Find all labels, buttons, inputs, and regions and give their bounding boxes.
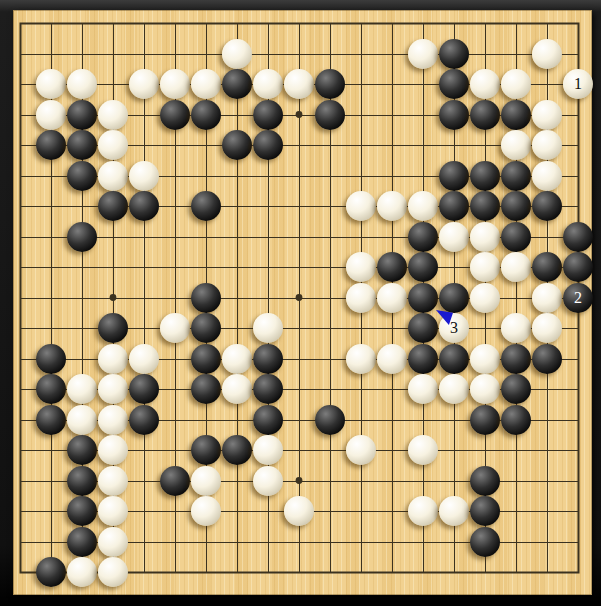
intersection[interactable] [5,160,36,191]
black-stone[interactable] [191,283,221,313]
intersection[interactable] [129,313,160,344]
black-stone[interactable] [439,161,469,191]
white-stone[interactable] [408,496,438,526]
white-stone[interactable] [377,283,407,313]
black-stone[interactable] [36,130,66,160]
intersection[interactable] [377,496,408,527]
intersection[interactable] [284,557,315,588]
white-stone[interactable] [532,100,562,130]
white-stone[interactable] [470,374,500,404]
black-stone[interactable]: 2 [563,283,593,313]
intersection[interactable] [470,557,501,588]
white-stone[interactable] [98,557,128,587]
intersection[interactable] [36,191,67,222]
white-stone[interactable] [222,344,252,374]
intersection[interactable] [36,313,67,344]
black-stone[interactable] [191,191,221,221]
intersection[interactable] [346,496,377,527]
intersection[interactable] [563,526,594,557]
black-stone[interactable] [501,161,531,191]
white-stone[interactable] [98,496,128,526]
intersection[interactable] [67,38,98,69]
black-stone[interactable] [563,222,593,252]
intersection[interactable] [408,69,439,100]
black-stone[interactable] [501,191,531,221]
intersection[interactable] [36,465,67,496]
intersection[interactable] [439,8,470,39]
intersection[interactable] [253,191,284,222]
intersection[interactable] [5,435,36,466]
intersection[interactable] [408,8,439,39]
intersection[interactable] [346,221,377,252]
intersection[interactable] [315,557,346,588]
black-stone[interactable] [36,374,66,404]
intersection[interactable] [377,69,408,100]
black-stone[interactable] [253,344,283,374]
intersection[interactable] [284,252,315,283]
black-stone[interactable] [67,435,97,465]
intersection[interactable] [346,38,377,69]
black-stone[interactable] [563,252,593,282]
intersection[interactable] [129,526,160,557]
intersection[interactable] [315,221,346,252]
intersection[interactable] [563,38,594,69]
white-stone[interactable] [222,374,252,404]
intersection[interactable] [284,435,315,466]
intersection[interactable] [346,130,377,161]
intersection[interactable] [253,38,284,69]
intersection[interactable] [98,282,129,313]
intersection[interactable] [253,557,284,588]
white-stone[interactable] [36,100,66,130]
intersection[interactable] [222,526,253,557]
black-stone[interactable] [532,344,562,374]
intersection[interactable] [129,252,160,283]
intersection[interactable] [253,221,284,252]
intersection[interactable] [315,252,346,283]
intersection[interactable] [408,465,439,496]
intersection[interactable] [470,38,501,69]
intersection[interactable] [470,435,501,466]
intersection[interactable] [346,557,377,588]
intersection[interactable] [5,496,36,527]
intersection[interactable] [160,130,191,161]
intersection[interactable] [532,557,563,588]
black-stone[interactable] [439,344,469,374]
intersection[interactable] [532,374,563,405]
intersection[interactable] [315,313,346,344]
intersection[interactable] [67,343,98,374]
intersection[interactable] [532,69,563,100]
intersection[interactable] [160,191,191,222]
intersection[interactable] [439,465,470,496]
intersection[interactable] [160,252,191,283]
black-stone[interactable] [191,100,221,130]
intersection[interactable] [253,8,284,39]
white-stone[interactable] [284,496,314,526]
intersection[interactable] [5,557,36,588]
black-stone[interactable] [439,100,469,130]
intersection[interactable] [5,252,36,283]
black-stone[interactable] [408,313,438,343]
black-stone[interactable] [222,69,252,99]
black-stone[interactable] [470,191,500,221]
intersection[interactable] [160,435,191,466]
black-stone[interactable] [222,130,252,160]
black-stone[interactable] [501,405,531,435]
intersection[interactable] [501,496,532,527]
black-stone[interactable] [501,374,531,404]
intersection[interactable] [408,160,439,191]
black-stone[interactable] [439,39,469,69]
intersection[interactable] [160,496,191,527]
intersection[interactable] [470,313,501,344]
white-stone[interactable] [36,69,66,99]
intersection[interactable] [36,221,67,252]
intersection[interactable] [284,374,315,405]
black-stone[interactable] [67,496,97,526]
intersection[interactable] [563,191,594,222]
intersection[interactable] [129,130,160,161]
intersection[interactable] [501,435,532,466]
intersection[interactable] [408,130,439,161]
white-stone[interactable] [98,100,128,130]
white-stone[interactable] [253,69,283,99]
white-stone[interactable] [408,191,438,221]
black-stone[interactable] [36,344,66,374]
intersection[interactable] [284,160,315,191]
white-stone[interactable] [67,557,97,587]
intersection[interactable] [439,130,470,161]
intersection[interactable] [253,160,284,191]
intersection[interactable] [67,8,98,39]
black-stone[interactable] [129,191,159,221]
white-stone[interactable] [67,405,97,435]
intersection[interactable] [377,435,408,466]
intersection[interactable] [532,435,563,466]
white-stone[interactable] [129,69,159,99]
intersection[interactable] [470,130,501,161]
intersection[interactable] [315,435,346,466]
intersection[interactable] [377,526,408,557]
intersection[interactable] [129,38,160,69]
intersection[interactable] [160,374,191,405]
intersection[interactable] [315,38,346,69]
white-stone[interactable] [532,39,562,69]
intersection[interactable] [129,465,160,496]
intersection[interactable] [377,557,408,588]
intersection[interactable] [5,404,36,435]
intersection[interactable] [315,465,346,496]
intersection[interactable] [563,404,594,435]
intersection[interactable] [191,130,222,161]
intersection[interactable] [36,496,67,527]
intersection[interactable] [346,99,377,130]
intersection[interactable] [377,313,408,344]
intersection[interactable] [315,130,346,161]
intersection[interactable] [160,526,191,557]
intersection[interactable] [532,8,563,39]
intersection[interactable] [532,404,563,435]
intersection[interactable] [253,282,284,313]
intersection[interactable] [439,557,470,588]
intersection[interactable] [222,404,253,435]
intersection[interactable] [129,435,160,466]
intersection[interactable] [160,404,191,435]
intersection[interactable] [129,8,160,39]
intersection[interactable] [253,496,284,527]
black-stone[interactable] [191,344,221,374]
black-stone[interactable] [36,405,66,435]
intersection[interactable] [36,252,67,283]
white-stone[interactable] [284,69,314,99]
intersection[interactable] [284,191,315,222]
intersection[interactable] [129,221,160,252]
white-stone[interactable] [346,344,376,374]
white-stone[interactable] [346,252,376,282]
intersection[interactable] [408,557,439,588]
white-stone[interactable] [160,69,190,99]
white-stone[interactable] [532,161,562,191]
white-stone[interactable] [377,344,407,374]
intersection[interactable] [377,38,408,69]
white-stone[interactable] [408,39,438,69]
white-stone[interactable] [532,313,562,343]
intersection[interactable] [284,526,315,557]
intersection[interactable] [315,496,346,527]
intersection[interactable] [408,526,439,557]
intersection[interactable] [5,465,36,496]
intersection[interactable] [98,8,129,39]
intersection[interactable] [315,160,346,191]
intersection[interactable] [191,38,222,69]
intersection[interactable] [315,282,346,313]
intersection[interactable] [222,465,253,496]
intersection[interactable] [501,557,532,588]
white-stone[interactable]: 1 [563,69,593,99]
white-stone[interactable] [191,466,221,496]
intersection[interactable] [160,282,191,313]
intersection[interactable] [36,282,67,313]
white-stone[interactable] [470,69,500,99]
intersection[interactable] [532,465,563,496]
black-stone[interactable] [470,161,500,191]
intersection[interactable] [284,343,315,374]
intersection[interactable] [346,69,377,100]
intersection[interactable] [129,282,160,313]
intersection[interactable] [563,130,594,161]
intersection[interactable] [346,8,377,39]
black-stone[interactable] [222,435,252,465]
intersection[interactable] [222,282,253,313]
intersection[interactable] [160,8,191,39]
white-stone[interactable] [253,466,283,496]
white-stone[interactable] [470,222,500,252]
intersection[interactable] [439,526,470,557]
intersection[interactable] [160,221,191,252]
intersection[interactable] [129,557,160,588]
intersection[interactable] [222,8,253,39]
intersection[interactable] [284,99,315,130]
intersection[interactable] [284,130,315,161]
intersection[interactable] [532,526,563,557]
white-stone[interactable] [98,344,128,374]
black-stone[interactable] [501,344,531,374]
white-stone[interactable] [98,130,128,160]
intersection[interactable] [439,252,470,283]
intersection[interactable] [501,38,532,69]
black-stone[interactable] [129,405,159,435]
intersection[interactable] [377,404,408,435]
intersection[interactable] [98,38,129,69]
intersection[interactable] [377,99,408,130]
intersection[interactable] [315,343,346,374]
intersection[interactable] [346,160,377,191]
intersection[interactable] [191,252,222,283]
white-stone[interactable] [129,344,159,374]
intersection[interactable] [563,99,594,130]
intersection[interactable] [191,526,222,557]
intersection[interactable] [470,8,501,39]
black-stone[interactable] [36,557,66,587]
intersection[interactable] [346,374,377,405]
intersection[interactable] [253,252,284,283]
black-stone[interactable] [67,130,97,160]
intersection[interactable] [501,8,532,39]
white-stone[interactable] [253,435,283,465]
intersection[interactable] [408,99,439,130]
intersection[interactable] [284,465,315,496]
black-stone[interactable] [191,313,221,343]
intersection[interactable] [346,313,377,344]
intersection[interactable] [377,8,408,39]
intersection[interactable] [563,160,594,191]
white-stone[interactable] [67,374,97,404]
black-stone[interactable] [408,252,438,282]
white-stone[interactable] [67,69,97,99]
black-stone[interactable] [129,374,159,404]
black-stone[interactable] [98,313,128,343]
intersection[interactable] [36,8,67,39]
white-stone[interactable] [439,496,469,526]
intersection[interactable] [36,435,67,466]
intersection[interactable] [377,130,408,161]
intersection[interactable] [98,252,129,283]
intersection[interactable] [222,252,253,283]
black-stone[interactable] [501,222,531,252]
intersection[interactable] [563,465,594,496]
black-stone[interactable] [470,466,500,496]
black-stone[interactable] [408,222,438,252]
white-stone[interactable] [222,39,252,69]
intersection[interactable] [222,160,253,191]
intersection[interactable] [284,282,315,313]
intersection[interactable] [5,374,36,405]
white-stone[interactable] [470,283,500,313]
intersection[interactable] [36,526,67,557]
black-stone[interactable] [253,374,283,404]
intersection[interactable] [501,465,532,496]
black-stone[interactable] [191,435,221,465]
white-stone[interactable] [160,313,190,343]
black-stone[interactable] [67,222,97,252]
white-stone[interactable] [439,374,469,404]
black-stone[interactable] [67,161,97,191]
intersection[interactable] [284,221,315,252]
intersection[interactable] [160,160,191,191]
intersection[interactable] [222,191,253,222]
intersection[interactable] [98,221,129,252]
intersection[interactable] [284,313,315,344]
white-stone[interactable] [191,69,221,99]
white-stone[interactable] [98,374,128,404]
white-stone[interactable] [98,435,128,465]
intersection[interactable] [5,8,36,39]
intersection[interactable] [191,160,222,191]
white-stone[interactable] [98,466,128,496]
intersection[interactable] [5,130,36,161]
black-stone[interactable] [253,405,283,435]
intersection[interactable] [67,252,98,283]
intersection[interactable] [5,221,36,252]
black-stone[interactable] [408,344,438,374]
intersection[interactable] [346,465,377,496]
intersection[interactable] [5,282,36,313]
intersection[interactable] [563,374,594,405]
intersection[interactable] [222,557,253,588]
intersection[interactable] [377,465,408,496]
black-stone[interactable] [501,100,531,130]
black-stone[interactable] [160,466,190,496]
intersection[interactable] [222,99,253,130]
intersection[interactable] [346,404,377,435]
white-stone[interactable] [532,283,562,313]
intersection[interactable] [439,435,470,466]
black-stone[interactable] [439,69,469,99]
white-stone[interactable] [346,191,376,221]
black-stone[interactable] [315,100,345,130]
intersection[interactable] [284,38,315,69]
white-stone[interactable] [98,527,128,557]
intersection[interactable] [284,404,315,435]
black-stone[interactable] [470,405,500,435]
black-stone[interactable] [470,100,500,130]
intersection[interactable] [563,343,594,374]
white-stone[interactable] [470,252,500,282]
white-stone[interactable] [253,313,283,343]
intersection[interactable] [222,221,253,252]
intersection[interactable] [563,496,594,527]
white-stone[interactable] [501,130,531,160]
black-stone[interactable] [253,130,283,160]
black-stone[interactable] [470,496,500,526]
white-stone[interactable] [501,252,531,282]
intersection[interactable] [439,404,470,435]
black-stone[interactable] [408,283,438,313]
intersection[interactable] [5,69,36,100]
intersection[interactable] [160,38,191,69]
intersection[interactable] [563,557,594,588]
intersection[interactable] [5,99,36,130]
white-stone[interactable] [346,283,376,313]
intersection[interactable] [191,404,222,435]
white-stone[interactable] [191,496,221,526]
black-stone[interactable] [67,466,97,496]
intersection[interactable] [129,99,160,130]
intersection[interactable] [222,496,253,527]
black-stone[interactable] [191,374,221,404]
white-stone[interactable] [439,222,469,252]
